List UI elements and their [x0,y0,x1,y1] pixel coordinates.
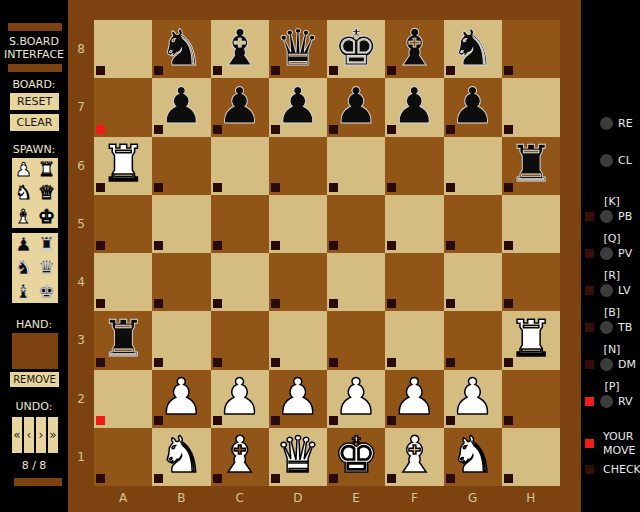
square-marker [213,66,222,75]
square-h8[interactable] [502,20,560,78]
file-label-c: C [211,488,269,508]
remove-button[interactable]: REMOVE [10,372,59,387]
square-marker [329,66,338,75]
square-h3[interactable]: ♜ [502,311,560,369]
square-marker [271,183,280,192]
spawn-black-bishop[interactable]: ♝ [12,280,35,303]
spawn-palette-white: ♟♜♞♛♝♚ [12,158,58,228]
spawn-section-label: SPAWN: [0,143,68,156]
toggle-lv[interactable]: LV [581,284,640,298]
clear-button[interactable]: CLEAR [10,114,59,131]
square-g3[interactable] [444,311,502,369]
square-c7[interactable]: ♟ [211,78,269,136]
piece-key-label-lv: [R] [600,269,624,283]
square-marker [154,416,163,425]
square-a5[interactable] [94,195,152,253]
square-marker [504,358,513,367]
square-marker [154,358,163,367]
square-marker [329,183,338,192]
white-pawn[interactable]: ♟ [217,372,262,425]
black-knight[interactable]: ♞ [450,23,495,76]
black-bishop[interactable]: ♝ [392,23,437,76]
square-marker [154,299,163,308]
file-label-b: B [152,488,210,508]
toggle-rv[interactable]: RV [581,395,640,409]
app-title-line1: S.BOARD [0,35,68,48]
re-label: RE [618,117,633,131]
divider-bar-top [8,23,62,31]
toggle-dm[interactable]: DM [581,358,640,372]
rank-label-2: 2 [68,370,94,428]
square-marker [96,66,105,75]
rank-label-7: 7 [68,78,94,136]
black-pawn[interactable]: ♟ [159,81,204,134]
undo-section-label: UNDO: [0,400,68,413]
file-label-e: E [327,488,385,508]
square-h1[interactable] [502,428,560,486]
square-g6[interactable] [444,137,502,195]
rank-label-1: 1 [68,428,94,486]
square-marker [96,183,105,192]
square-f3[interactable] [385,311,443,369]
square-d8[interactable]: ♛ [269,20,327,78]
piece-key-label-dm: [N] [600,343,624,357]
square-marker [154,241,163,250]
square-marker [504,416,513,425]
square-a3[interactable]: ♜ [94,311,152,369]
square-marker [446,299,455,308]
square-marker [271,125,280,134]
rank-label-8: 8 [68,20,94,78]
square-marker [271,416,280,425]
indicator-square-tb [585,323,594,332]
square-marker [271,358,280,367]
square-g2[interactable]: ♟ [444,370,502,428]
black-queen[interactable]: ♛ [275,23,320,76]
file-label-a: A [94,488,152,508]
rank-label-4: 4 [68,253,94,311]
square-e3[interactable] [327,311,385,369]
indicator-square-pv [585,249,594,258]
square-c2[interactable]: ♟ [211,370,269,428]
square-marker [504,183,513,192]
divider-bar-under-title [8,64,62,72]
left-sidebar: S.BOARD INTERFACE BOARD: RESET CLEAR SPA… [0,0,68,512]
white-bishop[interactable]: ♝ [392,430,437,483]
square-e5[interactable] [327,195,385,253]
square-marker [387,241,396,250]
square-c8[interactable]: ♝ [211,20,269,78]
square-marker [96,241,105,250]
spawn-white-queen[interactable]: ♛ [35,181,58,204]
status-your-move-label: YOURMOVE [603,430,635,458]
toggle-label-rv: RV [618,395,633,409]
white-pawn[interactable]: ♟ [334,372,379,425]
indicator-square-rv [585,397,594,406]
app-title: S.BOARD INTERFACE [0,35,68,61]
square-marker-red [96,416,105,425]
square-marker [446,416,455,425]
led-circle-lv [600,284,613,297]
square-marker [271,474,280,483]
square-d5[interactable] [269,195,327,253]
toggle-tb[interactable]: TB [581,321,640,335]
spawn-white-knight[interactable]: ♞ [12,181,35,204]
square-marker [446,125,455,134]
square-g8[interactable]: ♞ [444,20,502,78]
piece-key-label-pv: [Q] [600,232,624,246]
white-pawn[interactable]: ♟ [450,372,495,425]
square-c4[interactable] [211,253,269,311]
spawn-black-queen[interactable]: ♛ [35,256,58,279]
indicator-square-pb [585,212,594,221]
square-b4[interactable] [152,253,210,311]
toggle-label-lv: LV [618,284,630,298]
square-marker [154,125,163,134]
square-a2[interactable] [94,370,152,428]
led-circle-tb [600,321,613,334]
square-marker [154,474,163,483]
board: ♞♝♛♚♝♞♟♟♟♟♟♟♜♜♜♜♟♟♟♟♟♟♞♝♛♚♝♞ [94,20,560,486]
led-circle-pv [600,247,613,260]
board-frame: ♞♝♛♚♝♞♟♟♟♟♟♟♜♜♜♜♟♟♟♟♟♟♞♝♛♚♝♞ 87654321ABC… [68,0,581,512]
cl-led-circle [600,154,613,167]
cl-button[interactable]: CL [581,154,640,168]
square-marker [213,183,222,192]
square-marker [446,183,455,192]
file-label-d: D [269,488,327,508]
spawn-palette-black: ♟♜♞♛♝♚ [12,233,58,303]
spawn-white-rook[interactable]: ♜ [35,158,58,181]
toggle-label-pv: PV [618,247,632,261]
redo-last-button[interactable]: » [48,417,58,453]
reset-button[interactable]: RESET [10,93,59,110]
status-check-label: CHECK [603,463,640,477]
square-marker [271,241,280,250]
square-c3[interactable] [211,311,269,369]
undo-back-button[interactable]: ‹ [24,417,34,453]
file-label-f: F [385,488,443,508]
spawn-white-pawn[interactable]: ♟ [12,158,35,181]
square-d2[interactable]: ♟ [269,370,327,428]
black-pawn[interactable]: ♟ [334,81,379,134]
spawn-black-knight[interactable]: ♞ [12,256,35,279]
square-a7[interactable] [94,78,152,136]
square-marker [504,125,513,134]
square-b6[interactable] [152,137,210,195]
square-c1[interactable]: ♝ [211,428,269,486]
square-marker [213,358,222,367]
square-marker [329,299,338,308]
toggle-pb[interactable]: PB [581,210,640,224]
square-marker [96,299,105,308]
black-rook[interactable]: ♜ [101,314,146,367]
black-king[interactable]: ♚ [334,23,379,76]
square-e6[interactable] [327,137,385,195]
re-button[interactable]: RE [581,117,640,131]
square-g5[interactable] [444,195,502,253]
square-d1[interactable]: ♛ [269,428,327,486]
square-marker [446,241,455,250]
square-marker [154,66,163,75]
square-a8[interactable] [94,20,152,78]
square-f8[interactable]: ♝ [385,20,443,78]
square-f5[interactable] [385,195,443,253]
square-c5[interactable] [211,195,269,253]
spawn-black-rook[interactable]: ♜ [35,233,58,256]
cl-label: CL [618,154,632,168]
square-marker [387,474,396,483]
hand-slot[interactable] [12,333,58,369]
square-marker [387,183,396,192]
led-circle-pb [600,210,613,223]
status-your-move-indicator [585,439,594,448]
toggle-label-tb: TB [618,321,632,335]
black-pawn[interactable]: ♟ [450,81,495,134]
square-e1[interactable]: ♚ [327,428,385,486]
square-marker [329,416,338,425]
black-pawn[interactable]: ♟ [275,81,320,134]
right-sidebar: RECL[K]PB[Q]PV[R]LV[B]TB[N]DM[P]RVYOURMO… [581,0,640,512]
square-b5[interactable] [152,195,210,253]
spawn-black-king[interactable]: ♚ [35,280,58,303]
square-e8[interactable]: ♚ [327,20,385,78]
piece-key-label-pb: [K] [600,195,624,209]
square-b8[interactable]: ♞ [152,20,210,78]
led-circle-rv [600,395,613,408]
piece-key-label-tb: [B] [600,306,624,320]
square-marker [504,299,513,308]
file-label-h: H [502,488,560,508]
square-c6[interactable] [211,137,269,195]
square-marker [504,66,513,75]
square-e7[interactable]: ♟ [327,78,385,136]
square-marker [213,416,222,425]
square-b2[interactable]: ♟ [152,370,210,428]
black-knight[interactable]: ♞ [159,23,204,76]
white-king[interactable]: ♚ [334,430,379,483]
square-marker-red [96,125,105,134]
toggle-pv[interactable]: PV [581,247,640,261]
square-h2[interactable] [502,370,560,428]
square-marker [213,474,222,483]
square-a4[interactable] [94,253,152,311]
square-f2[interactable]: ♟ [385,370,443,428]
square-f4[interactable] [385,253,443,311]
white-rook[interactable]: ♜ [101,139,146,192]
toggle-label-dm: DM [618,358,636,372]
square-marker [504,241,513,250]
divider-bar-bottom [14,478,62,486]
white-pawn[interactable]: ♟ [275,372,320,425]
square-marker [154,183,163,192]
white-knight[interactable]: ♞ [450,430,495,483]
square-g4[interactable] [444,253,502,311]
square-e4[interactable] [327,253,385,311]
white-pawn[interactable]: ♟ [159,372,204,425]
square-b1[interactable]: ♞ [152,428,210,486]
square-h5[interactable] [502,195,560,253]
square-e2[interactable]: ♟ [327,370,385,428]
square-g7[interactable]: ♟ [444,78,502,136]
square-f7[interactable]: ♟ [385,78,443,136]
rank-label-5: 5 [68,195,94,253]
white-knight[interactable]: ♞ [159,430,204,483]
square-marker [213,125,222,134]
square-marker [504,474,513,483]
white-rook[interactable]: ♜ [508,314,553,367]
undo-controls: «‹›» [12,417,58,453]
white-queen[interactable]: ♛ [275,430,320,483]
square-marker [96,358,105,367]
black-rook[interactable]: ♜ [508,139,553,192]
square-h7[interactable] [502,78,560,136]
square-marker [329,474,338,483]
square-marker [271,299,280,308]
square-marker [213,299,222,308]
spawn-white-bishop[interactable]: ♝ [12,205,35,228]
square-f6[interactable] [385,137,443,195]
re-led-circle [600,117,613,130]
square-marker [329,241,338,250]
file-label-g: G [444,488,502,508]
spawn-white-king[interactable]: ♚ [35,205,58,228]
square-marker [446,66,455,75]
undo-counter: 8 / 8 [0,459,68,472]
rank-label-6: 6 [68,137,94,195]
square-g1[interactable]: ♞ [444,428,502,486]
piece-key-label-rv: [P] [600,380,624,394]
square-marker [387,66,396,75]
square-h4[interactable] [502,253,560,311]
board-section-label: BOARD: [0,78,68,91]
chess-board-editor: S.BOARD INTERFACE BOARD: RESET CLEAR SPA… [0,0,640,512]
square-f1[interactable]: ♝ [385,428,443,486]
square-h6[interactable]: ♜ [502,137,560,195]
black-bishop[interactable]: ♝ [217,23,262,76]
square-d4[interactable] [269,253,327,311]
square-marker [329,358,338,367]
square-marker [96,474,105,483]
indicator-square-lv [585,286,594,295]
square-marker [446,358,455,367]
square-marker [387,125,396,134]
square-b7[interactable]: ♟ [152,78,210,136]
hand-section-label: HAND: [0,318,68,331]
spawn-black-pawn[interactable]: ♟ [12,233,35,256]
undo-first-button[interactable]: « [12,417,22,453]
rank-label-3: 3 [68,311,94,369]
square-d7[interactable]: ♟ [269,78,327,136]
square-marker [387,358,396,367]
square-a6[interactable]: ♜ [94,137,152,195]
square-d3[interactable] [269,311,327,369]
square-marker [329,125,338,134]
square-marker [446,474,455,483]
square-a1[interactable] [94,428,152,486]
toggle-label-pb: PB [618,210,632,224]
black-pawn[interactable]: ♟ [217,81,262,134]
app-title-line2: INTERFACE [0,48,68,61]
square-b3[interactable] [152,311,210,369]
square-marker [387,299,396,308]
white-pawn[interactable]: ♟ [392,372,437,425]
led-circle-dm [600,358,613,371]
indicator-square-dm [585,360,594,369]
square-marker [387,416,396,425]
white-bishop[interactable]: ♝ [217,430,262,483]
redo-forward-button[interactable]: › [36,417,46,453]
square-marker [213,241,222,250]
black-pawn[interactable]: ♟ [392,81,437,134]
status-check-indicator [585,465,594,474]
square-marker [271,66,280,75]
square-d6[interactable] [269,137,327,195]
